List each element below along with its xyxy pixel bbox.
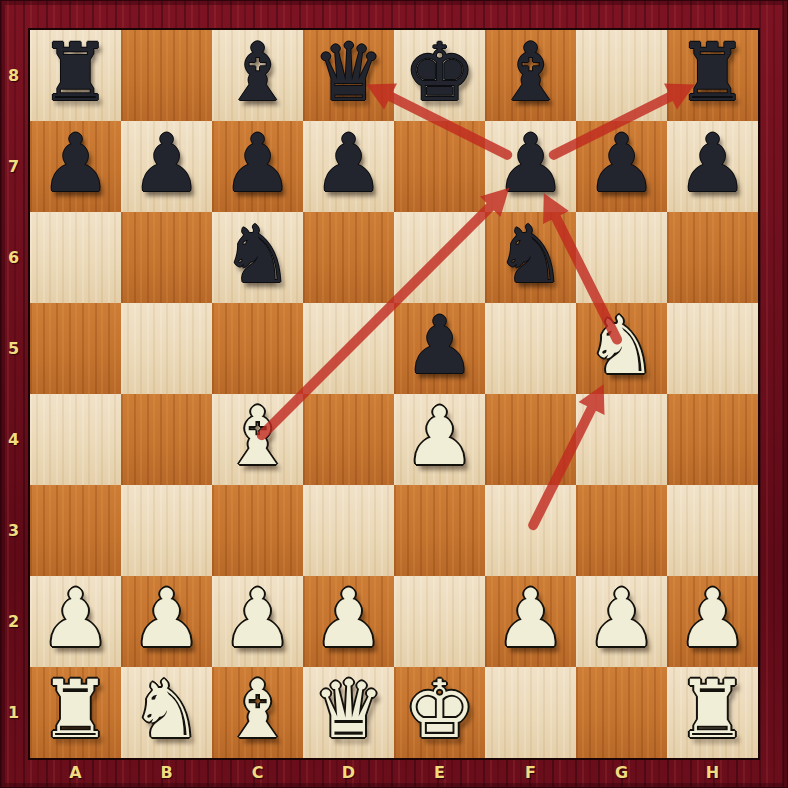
square-c2[interactable]: ♟: [212, 576, 303, 667]
square-a1[interactable]: ♜: [30, 667, 121, 758]
file-label-d: D: [303, 757, 394, 788]
square-e2[interactable]: [394, 576, 485, 667]
rank-labels: 87654321: [0, 30, 27, 758]
square-c8[interactable]: ♝: [212, 30, 303, 121]
square-e6[interactable]: [394, 212, 485, 303]
square-g1[interactable]: [576, 667, 667, 758]
piece-black-rook-h8[interactable]: ♜: [667, 27, 758, 118]
square-h6[interactable]: [667, 212, 758, 303]
square-d5[interactable]: [303, 303, 394, 394]
square-f1[interactable]: [485, 667, 576, 758]
file-labels: ABCDEFGH: [30, 757, 758, 788]
square-e1[interactable]: ♚: [394, 667, 485, 758]
square-d6[interactable]: [303, 212, 394, 303]
file-label-e: E: [394, 757, 485, 788]
square-b7[interactable]: ♟: [121, 121, 212, 212]
piece-white-pawn-c2[interactable]: ♟: [212, 573, 303, 664]
piece-black-pawn-c7[interactable]: ♟: [212, 118, 303, 209]
square-c6[interactable]: ♞: [212, 212, 303, 303]
square-d1[interactable]: ♛: [303, 667, 394, 758]
piece-white-pawn-e4[interactable]: ♟: [394, 391, 485, 482]
square-f5[interactable]: [485, 303, 576, 394]
square-b2[interactable]: ♟: [121, 576, 212, 667]
square-c5[interactable]: [212, 303, 303, 394]
square-a8[interactable]: ♜: [30, 30, 121, 121]
square-a2[interactable]: ♟: [30, 576, 121, 667]
square-e5[interactable]: ♟: [394, 303, 485, 394]
square-c4[interactable]: ♝: [212, 394, 303, 485]
piece-white-pawn-a2[interactable]: ♟: [30, 573, 121, 664]
square-c3[interactable]: [212, 485, 303, 576]
file-label-a: A: [30, 757, 121, 788]
square-f2[interactable]: ♟: [485, 576, 576, 667]
square-g4[interactable]: [576, 394, 667, 485]
square-d2[interactable]: ♟: [303, 576, 394, 667]
piece-white-bishop-c4[interactable]: ♝: [212, 391, 303, 482]
rank-label-3: 3: [0, 485, 27, 576]
square-a4[interactable]: [30, 394, 121, 485]
board-frame: 87654321 ABCDEFGH ♜♝♛♚♝♜♟♟♟♟♟♟♟♞♞♟♞♝♟♟♟♟…: [0, 0, 788, 788]
square-f8[interactable]: ♝: [485, 30, 576, 121]
piece-white-pawn-f2[interactable]: ♟: [485, 573, 576, 664]
piece-black-rook-a8[interactable]: ♜: [30, 27, 121, 118]
square-f3[interactable]: [485, 485, 576, 576]
piece-black-pawn-b7[interactable]: ♟: [121, 118, 212, 209]
rank-label-1: 1: [0, 667, 27, 758]
rank-label-4: 4: [0, 394, 27, 485]
piece-white-pawn-d2[interactable]: ♟: [303, 573, 394, 664]
square-h1[interactable]: ♜: [667, 667, 758, 758]
square-g2[interactable]: ♟: [576, 576, 667, 667]
square-d3[interactable]: [303, 485, 394, 576]
piece-white-knight-b1[interactable]: ♞: [121, 664, 212, 755]
square-d4[interactable]: [303, 394, 394, 485]
piece-black-pawn-d7[interactable]: ♟: [303, 118, 394, 209]
piece-black-knight-f6[interactable]: ♞: [485, 209, 576, 300]
piece-black-pawn-g7[interactable]: ♟: [576, 118, 667, 209]
square-g8[interactable]: [576, 30, 667, 121]
piece-white-queen-d1[interactable]: ♛: [303, 664, 394, 755]
square-g5[interactable]: ♞: [576, 303, 667, 394]
square-e4[interactable]: ♟: [394, 394, 485, 485]
rank-label-7: 7: [0, 121, 27, 212]
piece-black-pawn-h7[interactable]: ♟: [667, 118, 758, 209]
file-label-f: F: [485, 757, 576, 788]
square-a6[interactable]: [30, 212, 121, 303]
square-d8[interactable]: ♛: [303, 30, 394, 121]
piece-black-knight-c6[interactable]: ♞: [212, 209, 303, 300]
square-b3[interactable]: [121, 485, 212, 576]
piece-white-knight-g5[interactable]: ♞: [576, 300, 667, 391]
square-e8[interactable]: ♚: [394, 30, 485, 121]
piece-black-bishop-c8[interactable]: ♝: [212, 27, 303, 118]
file-label-h: H: [667, 757, 758, 788]
square-b4[interactable]: [121, 394, 212, 485]
piece-white-rook-h1[interactable]: ♜: [667, 664, 758, 755]
rank-label-8: 8: [0, 30, 27, 121]
square-f4[interactable]: [485, 394, 576, 485]
file-label-b: B: [121, 757, 212, 788]
square-b5[interactable]: [121, 303, 212, 394]
square-d7[interactable]: ♟: [303, 121, 394, 212]
square-g7[interactable]: ♟: [576, 121, 667, 212]
square-g3[interactable]: [576, 485, 667, 576]
square-b6[interactable]: [121, 212, 212, 303]
piece-white-pawn-g2[interactable]: ♟: [576, 573, 667, 664]
chess-board: ♜♝♛♚♝♜♟♟♟♟♟♟♟♞♞♟♞♝♟♟♟♟♟♟♟♟♜♞♝♛♚♜: [30, 30, 758, 758]
file-label-g: G: [576, 757, 667, 788]
square-a5[interactable]: [30, 303, 121, 394]
square-b1[interactable]: ♞: [121, 667, 212, 758]
square-a3[interactable]: [30, 485, 121, 576]
square-h5[interactable]: [667, 303, 758, 394]
square-h8[interactable]: ♜: [667, 30, 758, 121]
square-a7[interactable]: ♟: [30, 121, 121, 212]
piece-black-queen-d8[interactable]: ♛: [303, 27, 394, 118]
square-h2[interactable]: ♟: [667, 576, 758, 667]
piece-black-king-e8[interactable]: ♚: [394, 27, 485, 118]
piece-black-bishop-f8[interactable]: ♝: [485, 27, 576, 118]
piece-white-king-e1[interactable]: ♚: [394, 664, 485, 755]
piece-white-rook-a1[interactable]: ♜: [30, 664, 121, 755]
square-b8[interactable]: [121, 30, 212, 121]
square-f7[interactable]: ♟: [485, 121, 576, 212]
piece-black-pawn-e5[interactable]: ♟: [394, 300, 485, 391]
square-e7[interactable]: [394, 121, 485, 212]
piece-white-pawn-b2[interactable]: ♟: [121, 573, 212, 664]
piece-black-pawn-f7[interactable]: ♟: [485, 118, 576, 209]
rank-label-6: 6: [0, 212, 27, 303]
square-c7[interactable]: ♟: [212, 121, 303, 212]
piece-black-pawn-a7[interactable]: ♟: [30, 118, 121, 209]
square-h3[interactable]: [667, 485, 758, 576]
square-e3[interactable]: [394, 485, 485, 576]
piece-white-bishop-c1[interactable]: ♝: [212, 664, 303, 755]
file-label-c: C: [212, 757, 303, 788]
square-g6[interactable]: [576, 212, 667, 303]
square-h7[interactable]: ♟: [667, 121, 758, 212]
square-h4[interactable]: [667, 394, 758, 485]
rank-label-2: 2: [0, 576, 27, 667]
piece-white-pawn-h2[interactable]: ♟: [667, 573, 758, 664]
square-c1[interactable]: ♝: [212, 667, 303, 758]
rank-label-5: 5: [0, 303, 27, 394]
square-f6[interactable]: ♞: [485, 212, 576, 303]
